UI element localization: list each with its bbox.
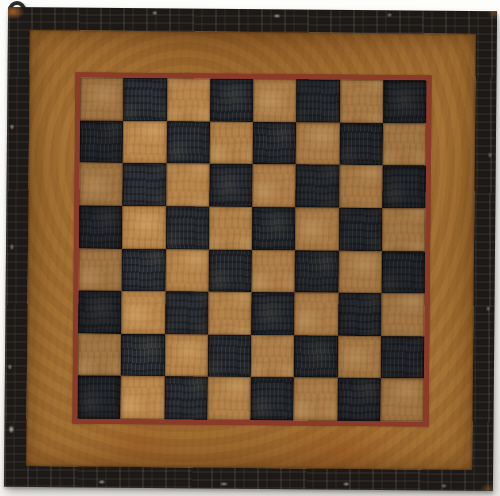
square-d1: [207, 377, 251, 420]
square-b1: [121, 376, 165, 419]
square-f4: [295, 250, 339, 293]
square-d3: [208, 292, 252, 335]
square-h5: [382, 208, 426, 251]
square-e7: [253, 122, 297, 165]
square-h7: [382, 123, 426, 166]
square-a2: [78, 333, 122, 376]
board-border-line: [72, 72, 431, 426]
square-d2: [208, 334, 252, 377]
checkerboard: [78, 78, 427, 422]
square-g7: [339, 122, 383, 165]
square-e3: [251, 292, 295, 335]
square-h6: [382, 165, 426, 208]
square-f1: [294, 378, 338, 421]
photo-scene: [0, 0, 500, 496]
square-e4: [252, 250, 296, 293]
board-frame: [4, 7, 497, 491]
square-b4: [122, 248, 166, 291]
square-b5: [122, 206, 166, 249]
square-e1: [251, 377, 295, 420]
square-c2: [164, 334, 208, 377]
square-g1: [337, 378, 381, 421]
square-g5: [338, 208, 382, 251]
square-e6: [252, 164, 296, 207]
square-g6: [339, 165, 383, 208]
square-a1: [78, 376, 122, 419]
square-g8: [340, 80, 384, 123]
square-e8: [253, 79, 297, 122]
square-a6: [79, 163, 123, 206]
square-g2: [337, 336, 381, 379]
square-e2: [251, 335, 295, 378]
square-c1: [164, 377, 208, 420]
square-g3: [338, 293, 382, 336]
square-a7: [80, 120, 124, 163]
square-c8: [167, 78, 211, 121]
square-f8: [296, 79, 340, 122]
square-h4: [381, 251, 425, 294]
square-a3: [78, 291, 122, 334]
square-f5: [295, 207, 339, 250]
square-c7: [166, 121, 210, 164]
square-a8: [80, 78, 124, 121]
square-b6: [123, 163, 167, 206]
square-c4: [165, 249, 209, 292]
square-c3: [165, 291, 209, 334]
square-h1: [380, 379, 424, 422]
square-e5: [252, 207, 296, 250]
square-f3: [295, 293, 339, 336]
square-d8: [210, 79, 254, 122]
square-d6: [209, 164, 253, 207]
square-c6: [166, 164, 210, 207]
square-b3: [122, 291, 166, 334]
square-f2: [294, 335, 338, 378]
square-b2: [121, 334, 165, 377]
square-a4: [79, 248, 123, 291]
square-f7: [296, 122, 340, 165]
square-h2: [381, 336, 425, 379]
square-b7: [123, 121, 167, 164]
square-h8: [383, 80, 427, 123]
square-f6: [296, 165, 340, 208]
square-d4: [208, 249, 252, 292]
square-a5: [79, 205, 123, 248]
square-d5: [209, 207, 253, 250]
square-c5: [165, 206, 209, 249]
square-h3: [381, 293, 425, 336]
square-b8: [123, 78, 167, 121]
square-g4: [338, 250, 382, 293]
square-d7: [209, 121, 253, 164]
